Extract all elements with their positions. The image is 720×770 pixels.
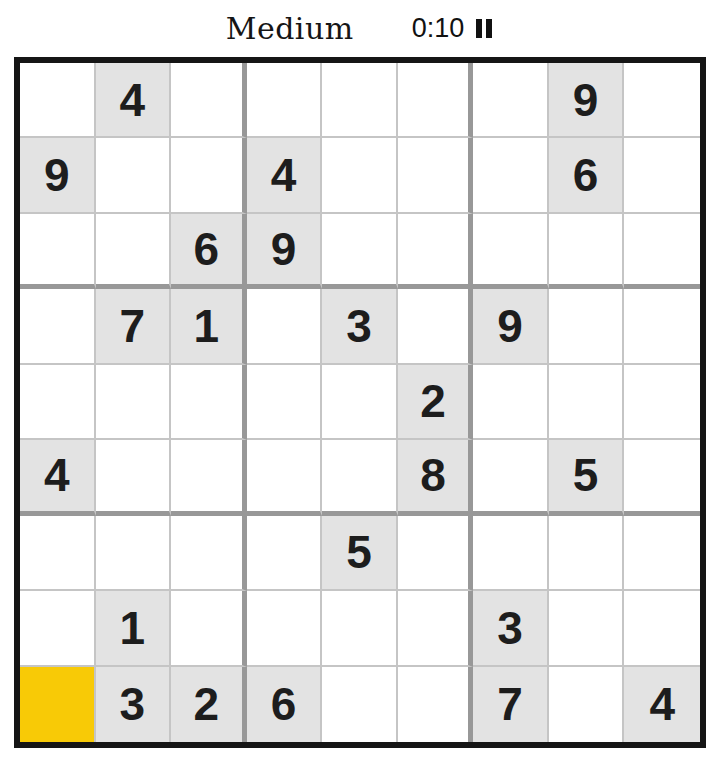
cell-r2c6[interactable]	[398, 138, 474, 213]
cell-r6c8[interactable]: 5	[549, 440, 625, 515]
cell-r7c5[interactable]: 5	[322, 516, 398, 591]
cell-r5c9[interactable]	[624, 365, 700, 440]
timer-group: 0:10	[412, 13, 495, 44]
cell-r3c1[interactable]	[20, 214, 96, 289]
cell-r1c5[interactable]	[322, 63, 398, 138]
cell-r7c7[interactable]	[473, 516, 549, 591]
cell-r6c2[interactable]	[96, 440, 172, 515]
cell-r3c2[interactable]	[96, 214, 172, 289]
difficulty-label: Medium	[226, 11, 354, 46]
cell-r1c3[interactable]	[171, 63, 247, 138]
cell-r5c6[interactable]: 2	[398, 365, 474, 440]
cell-r5c7[interactable]	[473, 365, 549, 440]
cell-r8c3[interactable]	[171, 591, 247, 666]
cell-r7c4[interactable]	[247, 516, 323, 591]
cell-r2c5[interactable]	[322, 138, 398, 213]
header: Medium 0:10	[0, 0, 720, 57]
cell-r6c5[interactable]	[322, 440, 398, 515]
cell-r9c5[interactable]	[322, 667, 398, 742]
cell-r4c2[interactable]: 7	[96, 289, 172, 364]
cell-r4c4[interactable]	[247, 289, 323, 364]
cell-r9c2[interactable]: 3	[96, 667, 172, 742]
sudoku-board: 49946697139248551332674	[14, 57, 706, 748]
cell-r2c2[interactable]	[96, 138, 172, 213]
cell-r2c8[interactable]: 6	[549, 138, 625, 213]
cell-r7c3[interactable]	[171, 516, 247, 591]
cell-r5c4[interactable]	[247, 365, 323, 440]
pause-icon[interactable]	[474, 17, 494, 40]
cell-r8c7[interactable]: 3	[473, 591, 549, 666]
cell-r9c8[interactable]	[549, 667, 625, 742]
cell-r9c1[interactable]	[20, 667, 96, 742]
cell-r2c4[interactable]: 4	[247, 138, 323, 213]
cell-r1c9[interactable]	[624, 63, 700, 138]
cell-r8c1[interactable]	[20, 591, 96, 666]
cell-r9c3[interactable]: 2	[171, 667, 247, 742]
cell-r8c6[interactable]	[398, 591, 474, 666]
cell-r5c5[interactable]	[322, 365, 398, 440]
cell-r3c6[interactable]	[398, 214, 474, 289]
cell-r2c1[interactable]: 9	[20, 138, 96, 213]
cell-r3c5[interactable]	[322, 214, 398, 289]
cell-r4c8[interactable]	[549, 289, 625, 364]
cell-r6c7[interactable]	[473, 440, 549, 515]
cell-r8c5[interactable]	[322, 591, 398, 666]
cell-r8c2[interactable]: 1	[96, 591, 172, 666]
cell-r2c9[interactable]	[624, 138, 700, 213]
cell-r4c7[interactable]: 9	[473, 289, 549, 364]
cell-r9c6[interactable]	[398, 667, 474, 742]
cell-r3c8[interactable]	[549, 214, 625, 289]
cell-r4c5[interactable]: 3	[322, 289, 398, 364]
cell-r1c2[interactable]: 4	[96, 63, 172, 138]
cell-r5c8[interactable]	[549, 365, 625, 440]
cell-r7c9[interactable]	[624, 516, 700, 591]
cell-r8c4[interactable]	[247, 591, 323, 666]
cell-r1c6[interactable]	[398, 63, 474, 138]
cell-r1c7[interactable]	[473, 63, 549, 138]
cell-r7c8[interactable]	[549, 516, 625, 591]
cell-r7c2[interactable]	[96, 516, 172, 591]
cell-r4c6[interactable]	[398, 289, 474, 364]
cell-r6c4[interactable]	[247, 440, 323, 515]
cell-r9c4[interactable]: 6	[247, 667, 323, 742]
cell-r2c3[interactable]	[171, 138, 247, 213]
cell-r9c9[interactable]: 4	[624, 667, 700, 742]
cell-r6c3[interactable]	[171, 440, 247, 515]
cell-r6c1[interactable]: 4	[20, 440, 96, 515]
cell-r1c4[interactable]	[247, 63, 323, 138]
cell-r1c1[interactable]	[20, 63, 96, 138]
cell-r6c9[interactable]	[624, 440, 700, 515]
cell-r7c6[interactable]	[398, 516, 474, 591]
cell-r4c3[interactable]: 1	[171, 289, 247, 364]
cell-r5c2[interactable]	[96, 365, 172, 440]
cell-r8c8[interactable]	[549, 591, 625, 666]
cell-r2c7[interactable]	[473, 138, 549, 213]
cell-r5c1[interactable]	[20, 365, 96, 440]
cell-r1c8[interactable]: 9	[549, 63, 625, 138]
cell-r6c6[interactable]: 8	[398, 440, 474, 515]
cell-r3c9[interactable]	[624, 214, 700, 289]
cell-r5c3[interactable]	[171, 365, 247, 440]
timer: 0:10	[412, 13, 465, 44]
cell-r4c9[interactable]	[624, 289, 700, 364]
cell-r4c1[interactable]	[20, 289, 96, 364]
cell-r9c7[interactable]: 7	[473, 667, 549, 742]
cell-r7c1[interactable]	[20, 516, 96, 591]
cell-r3c3[interactable]: 6	[171, 214, 247, 289]
cell-r3c7[interactable]	[473, 214, 549, 289]
cell-r8c9[interactable]	[624, 591, 700, 666]
cell-r3c4[interactable]: 9	[247, 214, 323, 289]
